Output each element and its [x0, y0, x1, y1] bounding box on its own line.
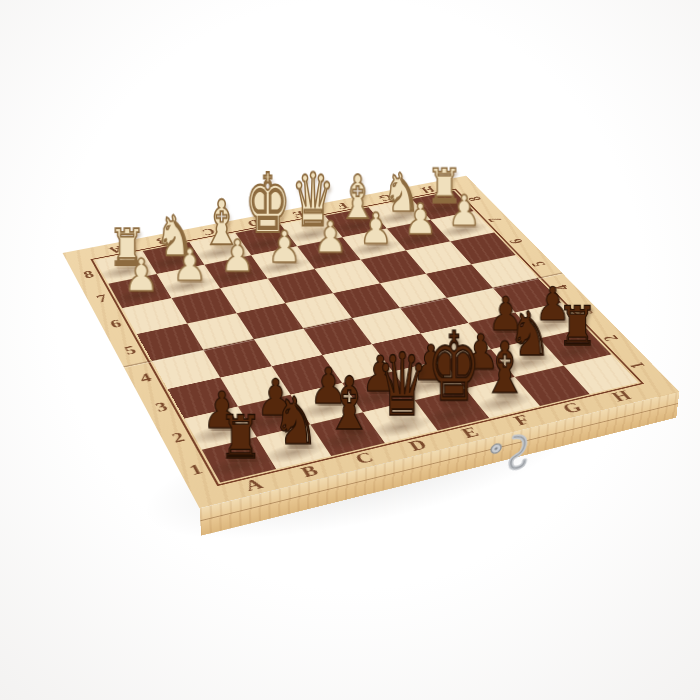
white-pawn-d7: ♟ [267, 225, 301, 269]
black-rook-h2: ♜ [557, 299, 598, 353]
black-queen-d1: ♛ [376, 342, 428, 429]
black-bishop-c1: ♝ [325, 368, 374, 441]
white-pawn-a7: ♟ [124, 252, 159, 297]
white-pawn-f7: ♟ [359, 207, 393, 250]
ranks-right-5: 5 [511, 254, 567, 275]
white-pawn-e7: ♟ [314, 216, 348, 259]
photo-stage: ♜♞♝♚♛♝♞♜♟♟♟♟♟♟♟♟♟♟♟♟♟♟♟♟♞♜♜♞♝♛♚♝ ABCDEFG… [0, 0, 700, 700]
black-rook-a1: ♜ [218, 407, 263, 467]
black-bishop-f1: ♝ [481, 333, 528, 404]
black-knight-b1: ♞ [272, 388, 319, 454]
white-pawn-h7: ♟ [448, 190, 481, 232]
black-king-e1: ♚ [427, 321, 480, 416]
white-pawn-g7: ♟ [404, 198, 437, 241]
white-pawn-b7: ♟ [172, 243, 207, 288]
white-pawn-c7: ♟ [220, 234, 254, 278]
